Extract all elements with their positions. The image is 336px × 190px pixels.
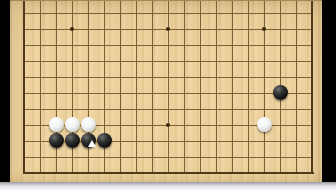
- black-stone: [65, 133, 80, 148]
- board-grid: [16, 5, 320, 181]
- black-stone: [97, 133, 112, 148]
- pillarbox-left: [0, 0, 10, 182]
- black-stone: [81, 133, 96, 148]
- bottom-bar: [0, 182, 336, 190]
- black-stone: [273, 85, 288, 100]
- white-stone: [81, 117, 96, 132]
- pillarbox-right: [322, 0, 336, 182]
- white-stone: [65, 117, 80, 132]
- white-stone: [49, 117, 64, 132]
- video-frame: [0, 0, 336, 190]
- last-move-triangle-icon: [88, 140, 96, 147]
- black-stone: [49, 133, 64, 148]
- white-stone: [257, 117, 272, 132]
- go-board[interactable]: [10, 0, 322, 182]
